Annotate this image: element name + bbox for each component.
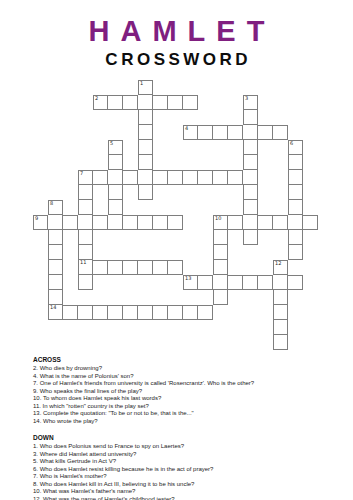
cell-r13c15[interactable] [258, 275, 273, 290]
cell-r5c5[interactable] [108, 155, 123, 170]
cell-r9c1[interactable] [48, 215, 63, 230]
cell-r11c3[interactable] [78, 245, 93, 260]
clue-number-7: 7 [80, 171, 83, 176]
clue-number-5: 5 [110, 141, 113, 146]
cell-r3c15[interactable] [258, 125, 273, 140]
cell-r13c3[interactable] [78, 275, 93, 290]
across-clue-14: 14. Who wrote the play? [33, 418, 353, 426]
cell-r13c1[interactable] [48, 275, 63, 290]
cell-r6c9[interactable] [168, 170, 183, 185]
cell-r9c18[interactable] [303, 215, 318, 230]
down-clues: DOWN 1. Who does Polonius send to France… [33, 434, 353, 500]
cell-r10c17[interactable] [288, 230, 303, 245]
clue-section: ACROSS 2. Who dies by drowning?4. What i… [33, 356, 353, 500]
cell-r10c1[interactable] [48, 230, 63, 245]
cell-r7c7[interactable] [138, 185, 153, 200]
cell-r9c6[interactable] [123, 215, 138, 230]
cell-r15c7[interactable] [138, 305, 153, 320]
cell-r6c11[interactable] [198, 170, 213, 185]
cell-r1c5[interactable] [108, 95, 123, 110]
cell-r9c4[interactable] [93, 215, 108, 230]
cell-r4c17[interactable]: 6 [288, 140, 303, 155]
across-clue-4: 4. What is the name of Polonius' son? [33, 373, 353, 381]
clue-number-1: 1 [140, 81, 143, 86]
down-heading: DOWN [33, 434, 353, 442]
cell-r11c12[interactable] [213, 245, 228, 260]
cell-r11c17[interactable] [288, 245, 303, 260]
cell-r8c14[interactable] [243, 200, 258, 215]
cell-r7c17[interactable] [288, 185, 303, 200]
cell-r6c8[interactable] [153, 170, 168, 185]
cell-r9c7[interactable] [138, 215, 153, 230]
cell-r6c12[interactable] [213, 170, 228, 185]
cell-r12c4[interactable] [93, 260, 108, 275]
cell-r8c17[interactable] [288, 200, 303, 215]
cell-r12c12[interactable] [213, 260, 228, 275]
cell-r15c2[interactable] [63, 305, 78, 320]
cell-r1c9[interactable] [168, 95, 183, 110]
clue-number-12: 12 [275, 261, 281, 266]
cell-r1c8[interactable] [153, 95, 168, 110]
clue-number-9: 9 [35, 216, 38, 221]
cell-r9c13[interactable] [228, 215, 243, 230]
cell-r9c0[interactable]: 9 [33, 215, 48, 230]
cell-r6c4[interactable] [93, 170, 108, 185]
cell-r8c3[interactable] [78, 200, 93, 215]
cell-r16c16[interactable] [273, 320, 288, 335]
cell-r2c14[interactable] [243, 110, 258, 125]
page-title: HAMLET [0, 0, 353, 48]
cell-r14c12[interactable] [213, 290, 228, 305]
cell-r12c6[interactable] [123, 260, 138, 275]
cell-r15c16[interactable] [273, 305, 288, 320]
clue-number-6: 6 [290, 141, 293, 146]
cell-r9c15[interactable] [258, 215, 273, 230]
down-clue-10: 10. What was Hamlet's father's name? [33, 488, 353, 496]
cell-r3c12[interactable] [213, 125, 228, 140]
cell-r6c17[interactable] [288, 170, 303, 185]
across-clue-11: 11. In which "rotten" country is the pla… [33, 403, 353, 411]
cell-r10c3[interactable] [78, 230, 93, 245]
cell-r13c13[interactable] [228, 275, 243, 290]
cell-r6c10[interactable] [183, 170, 198, 185]
cell-r14c1[interactable] [48, 290, 63, 305]
cell-r9c5[interactable] [108, 215, 123, 230]
down-clue-6: 6. Who does Hamlet resist killing becaus… [33, 466, 353, 474]
cell-r12c8[interactable] [153, 260, 168, 275]
across-clue-2: 2. Who dies by drowning? [33, 365, 353, 373]
cell-r3c14[interactable] [243, 125, 258, 140]
down-clue-5: 5. What kills Gertrude in Act V? [33, 458, 353, 466]
down-clue-12: 12. What was the name of Hamlet's childh… [33, 496, 353, 500]
across-clues: ACROSS 2. Who dies by drowning?4. What i… [33, 356, 353, 425]
cell-r9c2[interactable] [63, 215, 78, 230]
cell-r9c8[interactable] [153, 215, 168, 230]
cell-r15c3[interactable] [78, 305, 93, 320]
cell-r15c1[interactable]: 14 [48, 305, 63, 320]
cell-r4c5[interactable]: 5 [108, 140, 123, 155]
cell-r8c5[interactable] [108, 200, 123, 215]
cell-r13c16[interactable] [273, 275, 288, 290]
cell-r14c16[interactable] [273, 290, 288, 305]
cell-r6c14[interactable] [243, 170, 258, 185]
down-clue-1: 1. Who does Polonius send to France to s… [33, 443, 353, 451]
cell-r7c5[interactable] [108, 185, 123, 200]
cell-r15c4[interactable] [93, 305, 108, 320]
cell-r3c16[interactable] [273, 125, 288, 140]
cell-r0c7[interactable]: 1 [138, 80, 153, 95]
cell-r9c17[interactable] [288, 215, 303, 230]
cell-r1c7[interactable] [138, 95, 153, 110]
cell-r13c12[interactable] [213, 275, 228, 290]
cell-r13c11[interactable] [198, 275, 213, 290]
clue-number-2: 2 [95, 96, 98, 101]
across-clue-7: 7. One of Hamlet's friends from universi… [33, 380, 353, 388]
cell-r12c3[interactable]: 11 [78, 260, 93, 275]
cell-r15c5[interactable] [108, 305, 123, 320]
cell-r4c7[interactable] [138, 140, 153, 155]
clue-number-10: 10 [215, 216, 221, 221]
clue-number-14: 14 [50, 305, 56, 310]
cell-r13c17[interactable] [288, 275, 303, 290]
cell-r12c16[interactable]: 12 [273, 260, 288, 275]
cell-r5c17[interactable] [288, 155, 303, 170]
cell-r7c3[interactable] [78, 185, 93, 200]
cell-r4c14[interactable] [243, 140, 258, 155]
cell-r5c14[interactable] [243, 155, 258, 170]
across-clue-list: 2. Who dies by drowning?4. What is the n… [33, 365, 353, 425]
cell-r3c13[interactable] [228, 125, 243, 140]
cell-r15c8[interactable] [153, 305, 168, 320]
cell-r13c14[interactable] [243, 275, 258, 290]
cell-r1c10[interactable] [183, 95, 198, 110]
down-clue-3: 3. Where did Hamlet attend university? [33, 451, 353, 459]
cell-r13c10[interactable]: 13 [183, 275, 198, 290]
cell-r12c1[interactable] [48, 260, 63, 275]
cell-r7c14[interactable] [243, 185, 258, 200]
cell-r17c16[interactable] [273, 335, 288, 350]
cell-r8c1[interactable]: 8 [48, 200, 63, 215]
clue-number-11: 11 [80, 260, 86, 265]
across-heading: ACROSS [33, 356, 353, 364]
across-clue-9: 9. Who speaks the final lines of the pla… [33, 388, 353, 396]
cell-r9c16[interactable] [273, 215, 288, 230]
cell-r9c12[interactable]: 10 [213, 215, 228, 230]
cell-r6c5[interactable] [108, 170, 123, 185]
cell-r5c7[interactable] [138, 155, 153, 170]
cell-r10c14[interactable] [243, 230, 258, 245]
cell-r6c7[interactable] [138, 170, 153, 185]
cell-r12c5[interactable] [108, 260, 123, 275]
down-clue-list: 1. Who does Polonius send to France to s… [33, 443, 353, 500]
down-clue-8: 8. Who does Hamlet kill in Act III, beli… [33, 481, 353, 489]
clue-number-13: 13 [185, 276, 191, 281]
cell-r6c6[interactable] [123, 170, 138, 185]
cell-r15c9[interactable] [168, 305, 183, 320]
crossword-worksheet: { "title": { "main": "HAMLET", "sub": "C… [0, 0, 353, 500]
cell-r2c7[interactable] [138, 110, 153, 125]
cell-r3c10[interactable]: 4 [183, 125, 198, 140]
clue-number-8: 8 [50, 201, 53, 206]
cell-r15c10[interactable] [183, 305, 198, 320]
cell-r9c9[interactable] [168, 215, 183, 230]
cell-r1c14[interactable]: 3 [243, 95, 258, 110]
cell-r9c3[interactable] [78, 215, 93, 230]
clue-number-3: 3 [245, 96, 248, 101]
cell-r15c11[interactable] [198, 305, 213, 320]
cell-r3c7[interactable] [138, 125, 153, 140]
crossword-grid[interactable]: 1234567891011121314 [33, 80, 318, 350]
cell-r12c9[interactable] [168, 260, 183, 275]
cell-r3c11[interactable] [198, 125, 213, 140]
down-clue-7: 7. Who is Hamlet's mother? [33, 473, 353, 481]
cell-r1c6[interactable] [123, 95, 138, 110]
cell-r15c6[interactable] [123, 305, 138, 320]
cell-r10c12[interactable] [213, 230, 228, 245]
across-clue-10: 10. To whom does Hamlet speak his last w… [33, 395, 353, 403]
cell-r6c3[interactable]: 7 [78, 170, 93, 185]
cell-r9c14[interactable] [243, 215, 258, 230]
clue-number-4: 4 [185, 126, 188, 131]
cell-r1c4[interactable]: 2 [93, 95, 108, 110]
page-subtitle: CROSSWORD [0, 50, 353, 69]
across-clue-13: 13. Complete the quotation: "To be or no… [33, 410, 353, 418]
cell-r6c13[interactable] [228, 170, 243, 185]
cell-r11c1[interactable] [48, 245, 63, 260]
cell-r12c7[interactable] [138, 260, 153, 275]
